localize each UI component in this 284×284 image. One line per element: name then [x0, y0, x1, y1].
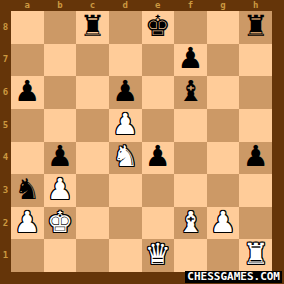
square-h3[interactable] [239, 174, 272, 207]
piece-white-pawn[interactable]: ♟ [112, 110, 138, 139]
square-d3[interactable] [109, 174, 142, 207]
square-g7[interactable] [207, 44, 240, 77]
square-c4[interactable] [76, 142, 109, 175]
square-b1[interactable] [44, 239, 77, 272]
square-g4[interactable] [207, 142, 240, 175]
piece-white-king[interactable]: ♚ [47, 208, 73, 237]
square-h4[interactable]: ♟ [239, 142, 272, 175]
piece-white-pawn[interactable]: ♟ [210, 208, 236, 237]
piece-black-knight[interactable]: ♞ [14, 175, 40, 204]
piece-white-pawn[interactable]: ♟ [14, 208, 40, 237]
piece-black-pawn[interactable]: ♟ [145, 142, 171, 171]
square-a2[interactable]: ♟ [11, 207, 44, 240]
square-d8[interactable] [109, 11, 142, 44]
piece-black-pawn[interactable]: ♟ [14, 77, 40, 106]
square-a8[interactable] [11, 11, 44, 44]
square-c1[interactable] [76, 239, 109, 272]
square-h6[interactable] [239, 76, 272, 109]
square-e3[interactable] [142, 174, 175, 207]
piece-black-pawn[interactable]: ♟ [112, 77, 138, 106]
square-h2[interactable] [239, 207, 272, 240]
square-a1[interactable] [11, 239, 44, 272]
piece-black-bishop[interactable]: ♝ [177, 77, 203, 106]
square-b8[interactable] [44, 11, 77, 44]
square-c7[interactable] [76, 44, 109, 77]
piece-black-pawn[interactable]: ♟ [177, 44, 203, 73]
piece-black-pawn[interactable]: ♟ [243, 142, 269, 171]
rank-label-3: 3 [0, 174, 11, 207]
square-h7[interactable] [239, 44, 272, 77]
square-d2[interactable] [109, 207, 142, 240]
file-label-a: a [11, 0, 44, 11]
rank-label-6: 6 [0, 76, 11, 109]
square-a7[interactable] [11, 44, 44, 77]
square-f2[interactable]: ♝ [174, 207, 207, 240]
square-b5[interactable] [44, 109, 77, 142]
file-label-b: b [44, 0, 77, 11]
square-g8[interactable] [207, 11, 240, 44]
square-g5[interactable] [207, 109, 240, 142]
square-h5[interactable] [239, 109, 272, 142]
square-c2[interactable] [76, 207, 109, 240]
square-a6[interactable]: ♟ [11, 76, 44, 109]
square-f3[interactable] [174, 174, 207, 207]
square-g2[interactable]: ♟ [207, 207, 240, 240]
square-b7[interactable] [44, 44, 77, 77]
piece-black-pawn[interactable]: ♟ [47, 142, 73, 171]
rank-label-1: 1 [0, 239, 11, 272]
square-e2[interactable] [142, 207, 175, 240]
square-f8[interactable] [174, 11, 207, 44]
file-label-d: d [109, 0, 142, 11]
square-a5[interactable] [11, 109, 44, 142]
square-b6[interactable] [44, 76, 77, 109]
square-b4[interactable]: ♟ [44, 142, 77, 175]
square-a4[interactable] [11, 142, 44, 175]
square-c8[interactable]: ♜ [76, 11, 109, 44]
square-d7[interactable] [109, 44, 142, 77]
square-f1[interactable] [174, 239, 207, 272]
square-f7[interactable]: ♟ [174, 44, 207, 77]
square-b2[interactable]: ♚ [44, 207, 77, 240]
file-label-g: g [207, 0, 240, 11]
rank-label-5: 5 [0, 109, 11, 142]
square-e8[interactable]: ♚ [142, 11, 175, 44]
piece-black-rook[interactable]: ♜ [80, 12, 106, 41]
piece-black-king[interactable]: ♚ [145, 12, 171, 41]
piece-white-rook[interactable]: ♜ [243, 240, 269, 269]
square-g3[interactable] [207, 174, 240, 207]
square-d4[interactable]: ♞ [109, 142, 142, 175]
piece-white-bishop[interactable]: ♝ [177, 208, 203, 237]
square-e5[interactable] [142, 109, 175, 142]
chess-diagram: abcdefgh 87654321 ♜♚♜♟♟♟♝♟♟♞♟♟♞♟♟♚♝♟♛♜ C… [0, 0, 284, 284]
piece-black-rook[interactable]: ♜ [243, 12, 269, 41]
square-c3[interactable] [76, 174, 109, 207]
piece-white-knight[interactable]: ♞ [112, 142, 138, 171]
square-f6[interactable]: ♝ [174, 76, 207, 109]
watermark: CHESSGAMES.COM [185, 271, 282, 283]
piece-white-pawn[interactable]: ♟ [47, 175, 73, 204]
square-e4[interactable]: ♟ [142, 142, 175, 175]
square-d1[interactable] [109, 239, 142, 272]
rank-label-4: 4 [0, 142, 11, 175]
square-g6[interactable] [207, 76, 240, 109]
rank-labels: 87654321 [0, 11, 11, 272]
square-f4[interactable] [174, 142, 207, 175]
square-h1[interactable]: ♜ [239, 239, 272, 272]
square-g1[interactable] [207, 239, 240, 272]
rank-label-8: 8 [0, 11, 11, 44]
piece-white-queen[interactable]: ♛ [145, 240, 171, 269]
square-c6[interactable] [76, 76, 109, 109]
square-d6[interactable]: ♟ [109, 76, 142, 109]
square-a3[interactable]: ♞ [11, 174, 44, 207]
rank-label-7: 7 [0, 44, 11, 77]
square-e7[interactable] [142, 44, 175, 77]
file-label-f: f [174, 0, 207, 11]
square-h8[interactable]: ♜ [239, 11, 272, 44]
square-d5[interactable]: ♟ [109, 109, 142, 142]
square-c5[interactable] [76, 109, 109, 142]
square-b3[interactable]: ♟ [44, 174, 77, 207]
file-labels: abcdefgh [11, 0, 272, 11]
square-e1[interactable]: ♛ [142, 239, 175, 272]
chess-board: ♜♚♜♟♟♟♝♟♟♞♟♟♞♟♟♚♝♟♛♜ [11, 11, 272, 272]
square-f5[interactable] [174, 109, 207, 142]
square-e6[interactable] [142, 76, 175, 109]
rank-label-2: 2 [0, 207, 11, 240]
